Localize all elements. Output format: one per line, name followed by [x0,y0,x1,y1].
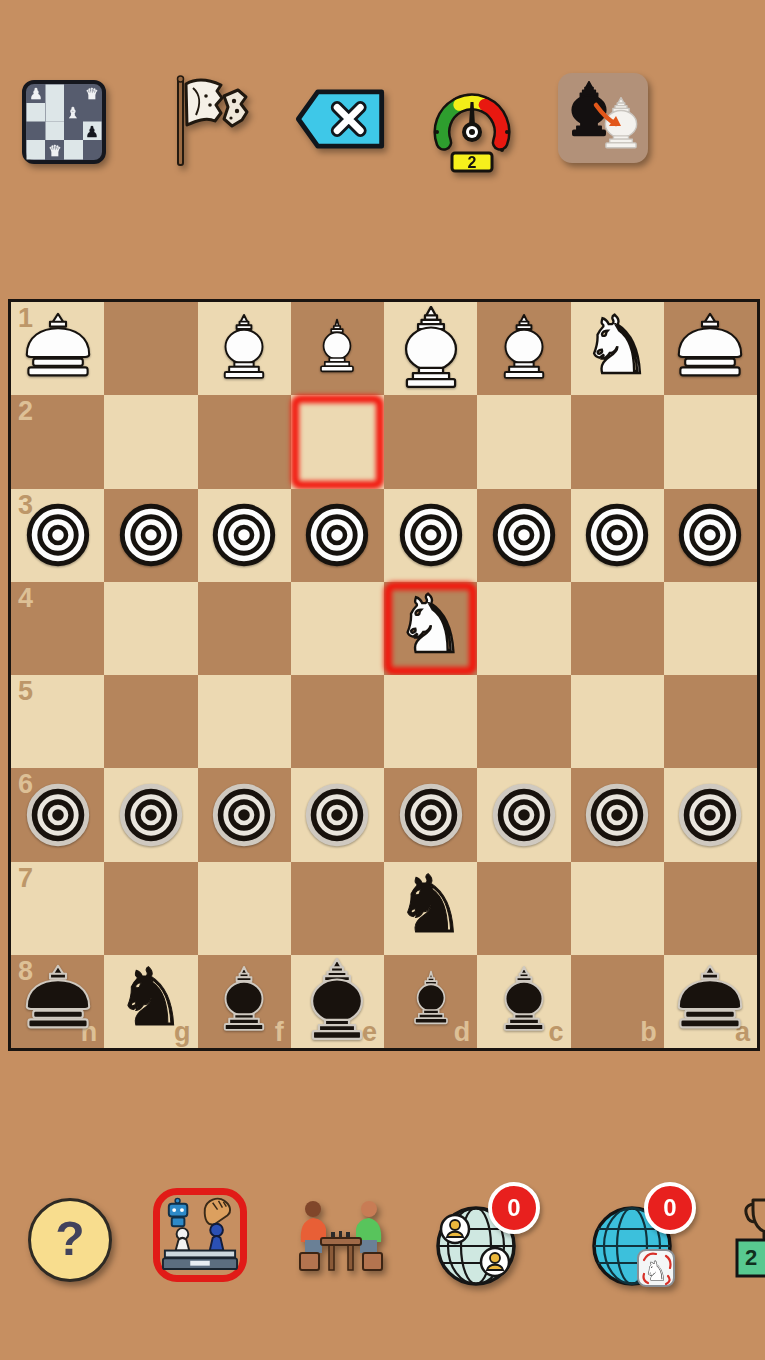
square-d7[interactable]: ♞ [384,862,477,955]
square-e5[interactable] [291,675,384,768]
white-bia-pawn-piece[interactable] [675,500,745,570]
black-rua-rook-piece[interactable] [18,961,98,1041]
square-h8[interactable]: 8h [11,955,104,1048]
white-ma-knight-piece[interactable]: ♞ [395,585,467,665]
square-f8[interactable]: f [198,955,291,1048]
help-button[interactable]: ? [28,1198,112,1282]
square-f7[interactable] [198,862,291,955]
square-b5[interactable] [571,675,664,768]
resign-button[interactable] [166,76,254,172]
square-b1[interactable]: ♞ [571,302,664,395]
white-bia-pawn-piece[interactable] [116,500,186,570]
square-e7[interactable] [291,862,384,955]
square-h2[interactable]: 2 [11,395,104,488]
black-bia-pawn-piece[interactable] [489,780,559,850]
square-d8[interactable]: d [384,955,477,1048]
black-bia-pawn-piece[interactable] [396,780,466,850]
white-bia-pawn-piece[interactable] [489,500,559,570]
square-c6[interactable] [477,768,570,861]
white-ma-knight-piece[interactable]: ♞ [581,306,653,386]
square-a3[interactable] [664,489,757,582]
svg-text:♝: ♝ [66,104,79,121]
square-e6[interactable] [291,768,384,861]
black-khun-king-piece[interactable] [294,958,380,1044]
difficulty-button[interactable]: 2 [424,84,520,176]
file-label-b: b [640,1019,657,1046]
square-c7[interactable] [477,862,570,955]
speedometer-icon: 2 [424,82,520,178]
square-d2[interactable] [384,395,477,488]
black-ma-knight-piece[interactable]: ♞ [115,958,187,1038]
square-d1[interactable] [384,302,477,395]
square-g1[interactable] [104,302,197,395]
square-c2[interactable] [477,395,570,488]
makruk-board: 1♞234♞567♞8hg♞fedcba [8,299,760,1051]
square-d5[interactable] [384,675,477,768]
rank-label-7: 7 [18,865,33,892]
white-rua-rook-piece[interactable] [18,309,98,389]
rank-label-2: 2 [18,398,33,425]
black-bia-pawn-piece[interactable] [675,780,745,850]
square-e4[interactable] [291,582,384,675]
square-e2[interactable] [291,395,384,488]
makruk-app-screen: ♟ ♛ ♝ ♟ ♛ [0,0,765,1360]
black-bia-pawn-piece[interactable] [302,780,372,850]
white-met-queen-piece[interactable] [305,317,369,381]
local-two-player-button[interactable] [291,1198,391,1280]
piece-swap-icon [558,73,648,167]
white-bia-pawn-piece[interactable] [396,500,466,570]
mini-chessboard-icon: ♟ ♛ ♝ ♟ ♛ [22,80,106,168]
square-g3[interactable] [104,489,197,582]
square-b7[interactable] [571,862,664,955]
svg-text:♛: ♛ [85,85,98,102]
backspace-x-icon [294,88,386,154]
online-games-count: 0 [663,1194,676,1222]
switch-sides-button[interactable] [558,75,648,165]
board-editor-button[interactable]: ♟ ♛ ♝ ♟ ♛ [22,82,106,166]
white-khun-king-piece[interactable] [388,306,474,392]
two-players-table-icon [291,1196,391,1282]
square-g2[interactable] [104,395,197,488]
black-bia-pawn-piece[interactable] [23,780,93,850]
svg-text:♟: ♟ [85,123,98,140]
black-rua-rook-piece[interactable] [670,961,750,1041]
square-b8[interactable]: b [571,955,664,1048]
square-g5[interactable] [104,675,197,768]
square-h4[interactable]: 4 [11,582,104,675]
square-a6[interactable] [664,768,757,861]
black-met-queen-piece[interactable] [399,969,463,1033]
online-players-badge: 0 [488,1182,540,1234]
square-b2[interactable] [571,395,664,488]
rank-label-4: 4 [18,585,33,612]
square-a8[interactable]: a [664,955,757,1048]
square-b6[interactable] [571,768,664,861]
black-ma-knight-piece[interactable]: ♞ [395,865,467,945]
square-h5[interactable]: 5 [11,675,104,768]
square-a7[interactable] [664,862,757,955]
question-mark-icon: ? [28,1198,112,1282]
square-f4[interactable] [198,582,291,675]
square-e3[interactable] [291,489,384,582]
rank-label-5: 5 [18,678,33,705]
square-g4[interactable] [104,582,197,675]
square-b3[interactable] [571,489,664,582]
online-games-badge: 0 [644,1182,696,1234]
square-c5[interactable] [477,675,570,768]
square-d6[interactable] [384,768,477,861]
black-khon-bishop-piece[interactable] [487,964,561,1038]
square-a5[interactable] [664,675,757,768]
black-bia-pawn-piece[interactable] [116,780,186,850]
square-d4[interactable]: ♞ [384,582,477,675]
square-h1[interactable]: 1 [11,302,104,395]
svg-text:♞: ♞ [644,1256,667,1286]
square-e8[interactable]: e [291,955,384,1048]
square-a2[interactable] [664,395,757,488]
square-d3[interactable] [384,489,477,582]
undo-button[interactable] [294,90,386,152]
square-g6[interactable] [104,768,197,861]
square-c4[interactable] [477,582,570,675]
white-bia-pawn-piece[interactable] [302,500,372,570]
square-g8[interactable]: g♞ [104,955,197,1048]
svg-text:♛: ♛ [48,142,61,159]
online-players-count: 0 [507,1194,520,1222]
white-bia-pawn-piece[interactable] [23,500,93,570]
white-khon-bishop-piece[interactable] [207,312,281,386]
black-bia-pawn-piece[interactable] [209,780,279,850]
square-a1[interactable] [664,302,757,395]
square-c3[interactable] [477,489,570,582]
hand-robot-chess-icon [161,1194,239,1276]
square-f2[interactable] [198,395,291,488]
square-e1[interactable] [291,302,384,395]
trophy-icon: 2 [731,1194,765,1290]
square-c8[interactable]: c [477,955,570,1048]
white-khon-bishop-piece[interactable] [487,312,561,386]
square-h7[interactable]: 7 [11,862,104,955]
square-f6[interactable] [198,768,291,861]
white-bia-pawn-piece[interactable] [582,500,652,570]
white-bia-pawn-piece[interactable] [209,500,279,570]
leaderboard-rank-value: 2 [745,1245,757,1270]
square-g7[interactable] [104,862,197,955]
square-f3[interactable] [198,489,291,582]
play-vs-computer-button[interactable] [153,1188,247,1282]
square-h3[interactable]: 3 [11,489,104,582]
white-flag-icon [166,74,254,174]
svg-text:♟: ♟ [29,85,42,102]
square-c1[interactable] [477,302,570,395]
square-f1[interactable] [198,302,291,395]
square-b4[interactable] [571,582,664,675]
leaderboard-button[interactable]: 2 [731,1196,765,1288]
square-a4[interactable] [664,582,757,675]
black-khon-bishop-piece[interactable] [207,964,281,1038]
white-rua-rook-piece[interactable] [670,309,750,389]
black-bia-pawn-piece[interactable] [582,780,652,850]
difficulty-level-value: 2 [468,154,477,171]
square-h6[interactable]: 6 [11,768,104,861]
square-f5[interactable] [198,675,291,768]
